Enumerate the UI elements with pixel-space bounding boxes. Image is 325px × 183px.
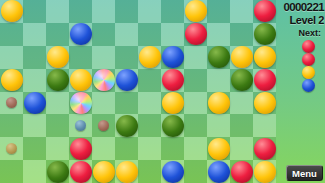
board-cell-r0c0[interactable] xyxy=(0,0,23,23)
ball-red[interactable] xyxy=(254,0,276,22)
board-cell-r6c0[interactable] xyxy=(0,137,23,160)
ball-yellow[interactable] xyxy=(93,161,115,183)
board-cell-r2c10[interactable] xyxy=(230,46,253,69)
board-cell-r4c0[interactable] xyxy=(0,92,23,115)
ball-green[interactable] xyxy=(47,161,69,183)
board-cell-r3c5[interactable] xyxy=(115,69,138,92)
ball-green[interactable] xyxy=(47,69,69,91)
ball-green[interactable] xyxy=(162,115,184,137)
board-cell-r3c11[interactable] xyxy=(253,69,276,92)
board-cell-r3c9[interactable] xyxy=(207,69,230,92)
board-cell-r0c4[interactable] xyxy=(92,0,115,23)
next-ball-red xyxy=(302,40,315,53)
score-display: 0000221 xyxy=(276,1,325,13)
board-cell-r5c6[interactable] xyxy=(138,114,161,137)
board-cell-r4c5[interactable] xyxy=(115,92,138,115)
ball-wild[interactable] xyxy=(93,69,115,91)
board-cell-r4c7[interactable] xyxy=(161,92,184,115)
board-cell-r0c8[interactable] xyxy=(184,0,207,23)
sidebar: 0000221 Level 2 Next: Menu xyxy=(276,0,325,183)
ball-green[interactable] xyxy=(254,23,276,45)
board-cell-r7c0[interactable] xyxy=(0,160,23,183)
board-cell-r3c3[interactable] xyxy=(69,69,92,92)
ball-yellow[interactable] xyxy=(254,46,276,68)
board-cell-r1c0[interactable] xyxy=(0,23,23,46)
ball-yellow[interactable] xyxy=(116,161,138,183)
ball-green[interactable] xyxy=(116,115,138,137)
board-cell-r4c2[interactable] xyxy=(46,92,69,115)
board-cell-r2c5[interactable] xyxy=(115,46,138,69)
board-cell-r7c2[interactable] xyxy=(46,160,69,183)
board-cell-r5c2[interactable] xyxy=(46,114,69,137)
ball-yellow[interactable] xyxy=(208,92,230,114)
next-ball-yellow xyxy=(302,66,315,79)
board-cell-r5c1[interactable] xyxy=(23,114,46,137)
board-cell-r6c9[interactable] xyxy=(207,137,230,160)
board-cell-r6c1[interactable] xyxy=(23,137,46,160)
board-cell-r7c1[interactable] xyxy=(23,160,46,183)
game-window: 0000221 Level 2 Next: Menu xyxy=(0,0,325,183)
ball-yellow[interactable] xyxy=(162,92,184,114)
board-cell-r3c1[interactable] xyxy=(23,69,46,92)
board-cell-r3c0[interactable] xyxy=(0,69,23,92)
ball-blue[interactable] xyxy=(162,46,184,68)
board-cell-r1c5[interactable] xyxy=(115,23,138,46)
board-cell-r5c8[interactable] xyxy=(184,114,207,137)
board-cell-r6c6[interactable] xyxy=(138,137,161,160)
board-cell-r6c11[interactable] xyxy=(253,137,276,160)
board-cell-r2c3[interactable] xyxy=(69,46,92,69)
board-cell-r5c11[interactable] xyxy=(253,114,276,137)
board-cell-r0c7[interactable] xyxy=(161,0,184,23)
board-cell-r7c9[interactable] xyxy=(207,160,230,183)
board-cell-r1c3[interactable] xyxy=(69,23,92,46)
board-cell-r0c1[interactable] xyxy=(23,0,46,23)
ball-yellow[interactable] xyxy=(47,46,69,68)
board-cell-r7c6[interactable] xyxy=(138,160,161,183)
ball-yellow[interactable] xyxy=(70,69,92,91)
ball-green[interactable] xyxy=(208,46,230,68)
board-cell-r1c10[interactable] xyxy=(230,23,253,46)
board-cell-r2c2[interactable] xyxy=(46,46,69,69)
board-cell-r1c6[interactable] xyxy=(138,23,161,46)
board-cell-r7c7[interactable] xyxy=(161,160,184,183)
board-cell-r7c3[interactable] xyxy=(69,160,92,183)
level-display: Level 2 xyxy=(276,14,325,26)
ball-yellow[interactable] xyxy=(231,46,253,68)
ball-blue[interactable] xyxy=(116,69,138,91)
board-cell-r6c5[interactable] xyxy=(115,137,138,160)
board-cell-r5c5[interactable] xyxy=(115,114,138,137)
ball-green[interactable] xyxy=(231,69,253,91)
board-cell-r1c2[interactable] xyxy=(46,23,69,46)
ball-blue[interactable] xyxy=(208,161,230,183)
preview-ball-blue[interactable] xyxy=(75,120,86,131)
board-cell-r4c3[interactable] xyxy=(69,92,92,115)
board-cell-r6c8[interactable] xyxy=(184,137,207,160)
board-cell-r7c5[interactable] xyxy=(115,160,138,183)
ball-red[interactable] xyxy=(254,138,276,160)
board-cell-r4c6[interactable] xyxy=(138,92,161,115)
board-cell-r0c3[interactable] xyxy=(69,0,92,23)
board-cell-r2c1[interactable] xyxy=(23,46,46,69)
ball-yellow[interactable] xyxy=(254,92,276,114)
ball-red[interactable] xyxy=(162,69,184,91)
board-cell-r1c7[interactable] xyxy=(161,23,184,46)
ball-red[interactable] xyxy=(231,161,253,183)
board-cell-r2c6[interactable] xyxy=(138,46,161,69)
ball-red[interactable] xyxy=(70,138,92,160)
board-cell-r4c8[interactable] xyxy=(184,92,207,115)
board-cell-r0c10[interactable] xyxy=(230,0,253,23)
board-cell-r3c2[interactable] xyxy=(46,69,69,92)
ball-blue[interactable] xyxy=(70,23,92,45)
board-cell-r2c11[interactable] xyxy=(253,46,276,69)
ball-yellow[interactable] xyxy=(1,0,23,22)
board-cell-r4c11[interactable] xyxy=(253,92,276,115)
board-cell-r2c9[interactable] xyxy=(207,46,230,69)
board-cell-r3c6[interactable] xyxy=(138,69,161,92)
ball-red[interactable] xyxy=(254,69,276,91)
game-board xyxy=(0,0,276,183)
next-ball-blue xyxy=(302,79,315,92)
board-cell-r6c3[interactable] xyxy=(69,137,92,160)
board-cell-r2c8[interactable] xyxy=(184,46,207,69)
ball-blue[interactable] xyxy=(24,92,46,114)
board-cell-r5c0[interactable] xyxy=(0,114,23,137)
board-cell-r5c7[interactable] xyxy=(161,114,184,137)
ball-yellow[interactable] xyxy=(1,69,23,91)
board-cell-r7c10[interactable] xyxy=(230,160,253,183)
ball-blue[interactable] xyxy=(162,161,184,183)
ball-yellow[interactable] xyxy=(139,46,161,68)
board-cell-r0c5[interactable] xyxy=(115,0,138,23)
board-cell-r4c9[interactable] xyxy=(207,92,230,115)
board-cell-r0c6[interactable] xyxy=(138,0,161,23)
preview-ball-yellow[interactable] xyxy=(6,143,17,154)
ball-red[interactable] xyxy=(70,161,92,183)
board-cell-r3c10[interactable] xyxy=(230,69,253,92)
board-cell-r0c2[interactable] xyxy=(46,0,69,23)
board-cell-r4c1[interactable] xyxy=(23,92,46,115)
board-cell-r5c10[interactable] xyxy=(230,114,253,137)
ball-red[interactable] xyxy=(185,23,207,45)
next-balls-list xyxy=(276,40,325,92)
board-cell-r6c2[interactable] xyxy=(46,137,69,160)
board-cell-r7c4[interactable] xyxy=(92,160,115,183)
board-cell-r5c3[interactable] xyxy=(69,114,92,137)
board-cell-r1c4[interactable] xyxy=(92,23,115,46)
menu-button[interactable]: Menu xyxy=(286,165,323,181)
board-cell-r7c8[interactable] xyxy=(184,160,207,183)
board-cell-r6c7[interactable] xyxy=(161,137,184,160)
board-cell-r1c1[interactable] xyxy=(23,23,46,46)
board-cell-r3c4[interactable] xyxy=(92,69,115,92)
ball-yellow[interactable] xyxy=(185,0,207,22)
board-cell-r1c9[interactable] xyxy=(207,23,230,46)
board-cell-r2c0[interactable] xyxy=(0,46,23,69)
board-cell-r7c11[interactable] xyxy=(253,160,276,183)
board-cell-r3c7[interactable] xyxy=(161,69,184,92)
preview-ball-red[interactable] xyxy=(98,120,109,131)
board-cell-r0c11[interactable] xyxy=(253,0,276,23)
board-cell-r4c4[interactable] xyxy=(92,92,115,115)
board-cell-r5c9[interactable] xyxy=(207,114,230,137)
ball-wild[interactable] xyxy=(70,92,92,114)
next-ball-red xyxy=(302,53,315,66)
ball-yellow[interactable] xyxy=(254,161,276,183)
ball-yellow[interactable] xyxy=(208,138,230,160)
board-cell-r1c11[interactable] xyxy=(253,23,276,46)
board-cell-r2c4[interactable] xyxy=(92,46,115,69)
board-cell-r5c4[interactable] xyxy=(92,114,115,137)
next-label: Next: xyxy=(276,28,325,38)
board-cell-r4c10[interactable] xyxy=(230,92,253,115)
board-cell-r2c7[interactable] xyxy=(161,46,184,69)
board-cell-r6c4[interactable] xyxy=(92,137,115,160)
board-cell-r3c8[interactable] xyxy=(184,69,207,92)
preview-ball-red[interactable] xyxy=(6,97,17,108)
board-cell-r0c9[interactable] xyxy=(207,0,230,23)
board-cell-r1c8[interactable] xyxy=(184,23,207,46)
board-cell-r6c10[interactable] xyxy=(230,137,253,160)
